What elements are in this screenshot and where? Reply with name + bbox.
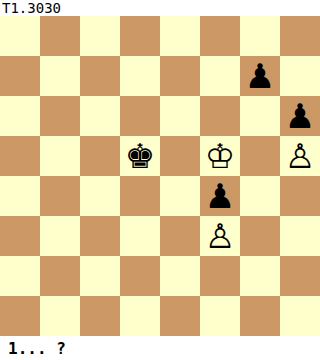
square-a1[interactable] (0, 296, 40, 336)
square-d7[interactable] (120, 56, 160, 96)
chess-puzzle-window: T1.3030 ♟♟♚♔♙♟♙ 1... ? (0, 0, 320, 360)
square-h1[interactable] (280, 296, 320, 336)
square-c3[interactable] (80, 216, 120, 256)
square-d1[interactable] (120, 296, 160, 336)
square-b2[interactable] (40, 256, 80, 296)
square-a3[interactable] (0, 216, 40, 256)
white-king[interactable]: ♔ (200, 136, 240, 176)
square-f5[interactable]: ♔ (200, 136, 240, 176)
puzzle-title: T1.3030 (0, 0, 320, 16)
move-prompt: 1... ? (0, 336, 320, 360)
square-h4[interactable] (280, 176, 320, 216)
square-h6[interactable]: ♟ (280, 96, 320, 136)
square-e4[interactable] (160, 176, 200, 216)
square-e2[interactable] (160, 256, 200, 296)
black-king[interactable]: ♚ (120, 136, 160, 176)
square-c4[interactable] (80, 176, 120, 216)
square-c7[interactable] (80, 56, 120, 96)
square-g4[interactable] (240, 176, 280, 216)
black-pawn[interactable]: ♟ (200, 176, 240, 216)
square-e8[interactable] (160, 16, 200, 56)
square-h3[interactable] (280, 216, 320, 256)
square-g7[interactable]: ♟ (240, 56, 280, 96)
square-b5[interactable] (40, 136, 80, 176)
square-b3[interactable] (40, 216, 80, 256)
square-e3[interactable] (160, 216, 200, 256)
square-a4[interactable] (0, 176, 40, 216)
square-h2[interactable] (280, 256, 320, 296)
square-d8[interactable] (120, 16, 160, 56)
white-pawn[interactable]: ♙ (280, 136, 320, 176)
square-f6[interactable] (200, 96, 240, 136)
square-f8[interactable] (200, 16, 240, 56)
square-e7[interactable] (160, 56, 200, 96)
square-d5[interactable]: ♚ (120, 136, 160, 176)
square-d4[interactable] (120, 176, 160, 216)
square-d3[interactable] (120, 216, 160, 256)
square-e5[interactable] (160, 136, 200, 176)
square-b1[interactable] (40, 296, 80, 336)
square-c2[interactable] (80, 256, 120, 296)
square-g2[interactable] (240, 256, 280, 296)
square-g5[interactable] (240, 136, 280, 176)
square-f1[interactable] (200, 296, 240, 336)
square-b6[interactable] (40, 96, 80, 136)
square-f7[interactable] (200, 56, 240, 96)
square-d2[interactable] (120, 256, 160, 296)
square-g8[interactable] (240, 16, 280, 56)
square-f2[interactable] (200, 256, 240, 296)
square-h8[interactable] (280, 16, 320, 56)
black-pawn[interactable]: ♟ (240, 56, 280, 96)
square-g6[interactable] (240, 96, 280, 136)
square-a7[interactable] (0, 56, 40, 96)
square-a5[interactable] (0, 136, 40, 176)
square-b7[interactable] (40, 56, 80, 96)
square-a6[interactable] (0, 96, 40, 136)
square-c1[interactable] (80, 296, 120, 336)
black-pawn[interactable]: ♟ (280, 96, 320, 136)
square-c5[interactable] (80, 136, 120, 176)
chess-board: ♟♟♚♔♙♟♙ (0, 16, 320, 336)
square-f4[interactable]: ♟ (200, 176, 240, 216)
square-e6[interactable] (160, 96, 200, 136)
white-pawn[interactable]: ♙ (200, 216, 240, 256)
square-b4[interactable] (40, 176, 80, 216)
square-g1[interactable] (240, 296, 280, 336)
square-d6[interactable] (120, 96, 160, 136)
square-h5[interactable]: ♙ (280, 136, 320, 176)
square-f3[interactable]: ♙ (200, 216, 240, 256)
square-b8[interactable] (40, 16, 80, 56)
square-e1[interactable] (160, 296, 200, 336)
square-c8[interactable] (80, 16, 120, 56)
square-a8[interactable] (0, 16, 40, 56)
square-a2[interactable] (0, 256, 40, 296)
square-c6[interactable] (80, 96, 120, 136)
square-g3[interactable] (240, 216, 280, 256)
square-h7[interactable] (280, 56, 320, 96)
